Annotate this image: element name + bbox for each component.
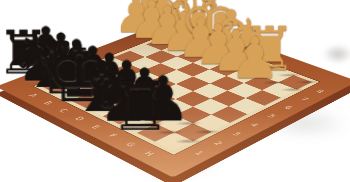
- rank-label: 4: [248, 122, 259, 127]
- rank-label: 3: [230, 131, 241, 137]
- chess-set-product-photo: ABCDEFGH12345678♜♞♝♛♚♝♞♜♟♟♟♟♟♟♟♟♟♟♟♟♟♟♟♟…: [0, 0, 350, 182]
- chess-board: ABCDEFGH12345678♜♞♝♛♚♝♞♜♟♟♟♟♟♟♟♟♟♟♟♟♟♟♟♟…: [0, 17, 350, 177]
- file-label: H: [142, 151, 155, 157]
- rank-label: 1: [193, 150, 205, 156]
- rank-label: 5: [266, 114, 277, 119]
- rank-label: 7: [299, 97, 310, 102]
- rank-label: 8: [314, 89, 324, 94]
- chess-piece-black-rook: ♜: [110, 73, 171, 141]
- board-stage: ABCDEFGH12345678♜♞♝♛♚♝♞♜♟♟♟♟♟♟♟♟♟♟♟♟♟♟♟♟…: [0, 0, 350, 182]
- chess-piece-white-pawn: ♟: [229, 30, 280, 87]
- rank-label: 6: [282, 105, 293, 110]
- rank-label: 2: [212, 141, 224, 147]
